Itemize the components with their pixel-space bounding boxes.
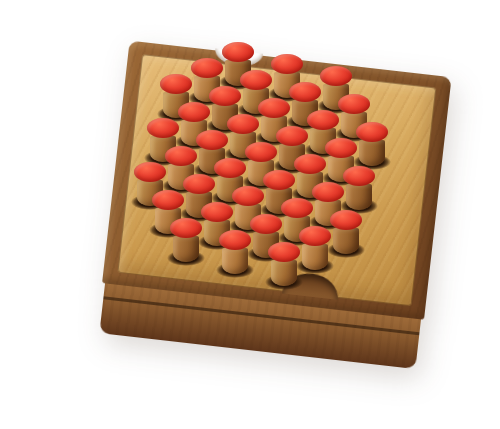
peg-top [263,170,295,190]
peg[interactable] [216,230,254,280]
peg-top [170,218,202,238]
peg-top [240,70,272,90]
peg-top [271,54,303,74]
peg-body [359,140,385,166]
peg-top [165,146,197,166]
peg-top [222,42,254,62]
peg-top [147,118,179,138]
peg-top [214,158,246,178]
peg-top [191,58,223,78]
peg-top [276,126,308,146]
peg-top [289,82,321,102]
peg-top [343,166,375,186]
peg[interactable] [167,218,205,268]
peg-top [320,66,352,86]
peg-body [222,248,248,274]
peg-top [299,226,331,246]
peg[interactable] [265,242,303,292]
peg-top [134,162,166,182]
peg-top [307,110,339,130]
peg-top [196,130,228,150]
peg-top [245,142,277,162]
peg-body [346,184,372,210]
peg-body [333,228,359,254]
peg-top [281,198,313,218]
peg-top [356,122,388,142]
peg-top [312,182,344,202]
peg-top [209,86,241,106]
peg-top [232,186,264,206]
peg-body [271,260,297,286]
peg-top [338,94,370,114]
peg-top [250,214,282,234]
peg-top [325,138,357,158]
peg-top [258,98,290,118]
product-photo [0,0,500,429]
peg-top [219,230,251,250]
peg-top [268,242,300,262]
peg-top [152,190,184,210]
peg-body [302,244,328,270]
peg-top [201,202,233,222]
peg-top [178,102,210,122]
peg-top [294,154,326,174]
peg-top [227,114,259,134]
peg-top [183,174,215,194]
peg-body [173,236,199,262]
peg-top [160,74,192,94]
peg-top [330,210,362,230]
